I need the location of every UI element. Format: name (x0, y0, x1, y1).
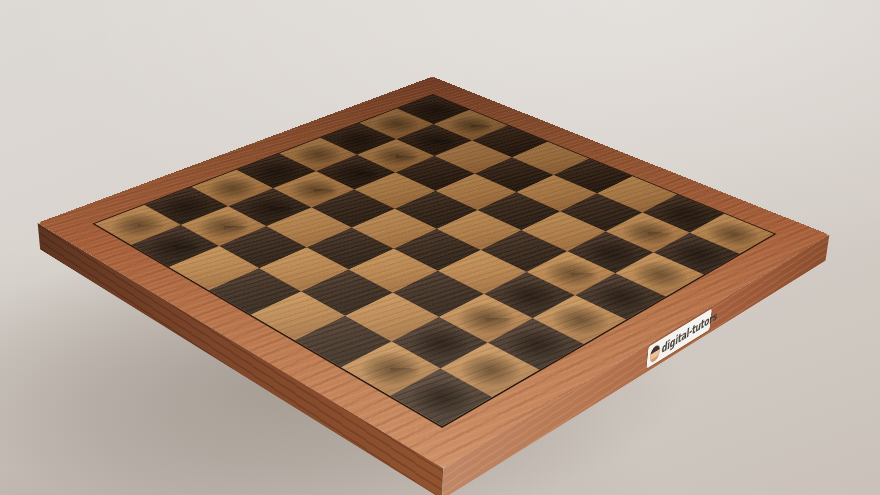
chess-board: digital-tutors ♜♟♟♜♞♟♟♞♝♟♟♝♚♟♟♚♛♟♟♛♝♟♟♝♞… (38, 76, 830, 467)
digital-tutors-face-icon (650, 342, 661, 363)
scene-3d: digital-tutors ♜♟♟♜♞♟♟♞♝♟♟♝♚♟♟♚♛♟♟♛♝♟♟♝♞… (0, 0, 880, 495)
camera-tilt-wrapper: digital-tutors ♜♟♟♜♞♟♟♞♝♟♟♝♚♟♟♚♛♟♟♛♝♟♟♝♞… (0, 0, 880, 495)
digital-tutors-label: digital-tutors (662, 309, 719, 354)
pawn-glyph: ♟ (93, 154, 259, 262)
squares-grid: ♜♟♟♜♞♟♟♞♝♟♟♝♚♟♟♚♛♟♟♛♝♟♟♝♞♟♟♞♜♟♟♜ (95, 94, 774, 425)
square-a1[interactable]: ♜ (390, 368, 492, 425)
rook-glyph: ♜ (346, 261, 541, 416)
scene-background: digital-tutors ♜♟♟♜♞♟♟♞♝♟♟♝♚♟♟♚♛♟♟♛♝♟♟♝♞… (0, 0, 880, 495)
